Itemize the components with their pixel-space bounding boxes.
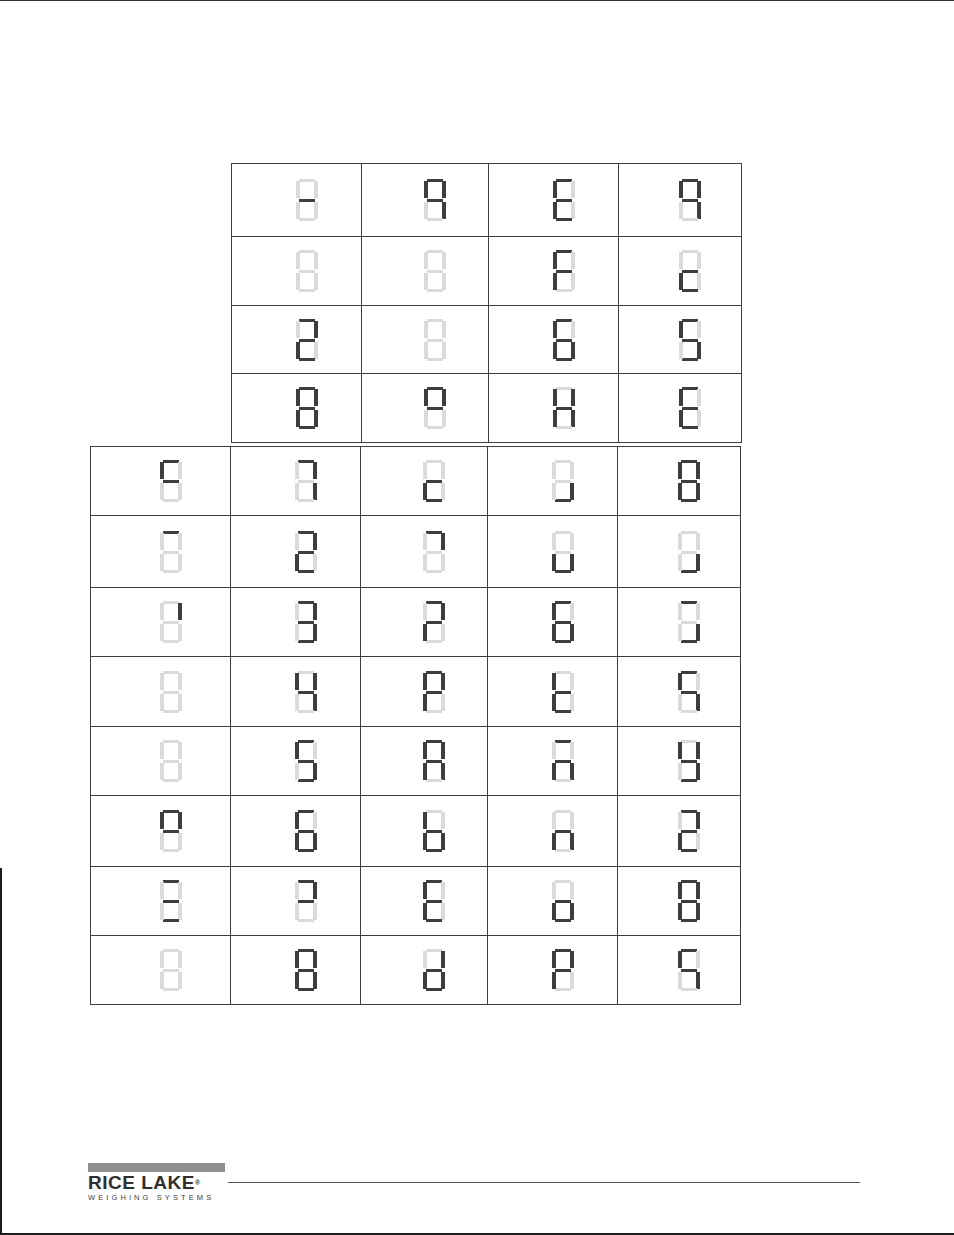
segment-a-lit (682, 319, 698, 322)
segment-b-unlit (570, 673, 574, 690)
segment-b-lit (313, 603, 317, 620)
seven-segment-glyph (678, 671, 700, 713)
segment-c-lit (697, 202, 701, 219)
segment-d-lit (681, 640, 697, 643)
segment-f-unlit (679, 252, 683, 269)
segment-g-lit (556, 407, 572, 410)
segment-g-unlit (163, 551, 179, 554)
segment-b-unlit (570, 603, 574, 620)
seven-segment-glyph (552, 740, 574, 782)
segment-a-lit (163, 460, 179, 463)
segment-e-lit (423, 624, 427, 641)
scan-edge-left (0, 868, 2, 1235)
segment-b-lit (313, 882, 317, 899)
segment-d-lit (298, 570, 314, 573)
segment-d-lit (299, 426, 315, 429)
segment-a-lit (555, 601, 571, 604)
segment-f-lit (160, 462, 164, 479)
segment-b-unlit (178, 882, 182, 899)
seven-segment-glyph (678, 810, 700, 852)
registered-mark: ® (195, 1179, 201, 1186)
segment-e-unlit (679, 342, 683, 359)
display-cell-r1c3 (362, 164, 489, 237)
segment-g-unlit (426, 551, 442, 554)
segment-d-lit (681, 779, 697, 782)
segment-e-unlit (160, 972, 164, 989)
segment-b-unlit (697, 389, 701, 406)
display-cell-r11c2 (231, 867, 361, 936)
segment-d-lit (426, 849, 442, 852)
display-cell-r2c5 (619, 237, 742, 306)
seven-segment-glyph (296, 387, 318, 429)
segment-c-unlit (314, 342, 318, 359)
segment-f-unlit (424, 252, 428, 269)
segment-d-unlit (163, 849, 179, 852)
seven-segment-glyph (295, 671, 317, 713)
display-cell-r8c4 (488, 657, 618, 727)
segment-d-unlit (298, 919, 314, 922)
segment-d-unlit (426, 779, 442, 782)
segment-g-lit (298, 691, 314, 694)
segment-c-unlit (178, 972, 182, 989)
segment-f-unlit (678, 533, 682, 550)
segment-f-unlit (552, 812, 556, 829)
segment-b-lit (178, 812, 182, 829)
segment-f-unlit (160, 533, 164, 550)
display-cell-r9c5 (618, 727, 741, 796)
segment-b-lit (696, 462, 700, 479)
segment-d-lit (556, 218, 572, 221)
segment-c-lit (570, 903, 574, 920)
seven-segment-glyph (552, 949, 574, 991)
segment-g-unlit (298, 480, 314, 483)
segment-e-unlit (295, 694, 299, 711)
segment-d-unlit (555, 779, 571, 782)
display-cell-r4c2 (232, 374, 362, 443)
segment-f-lit (160, 812, 164, 829)
seven-segment-glyph (423, 949, 445, 991)
segment-c-unlit (697, 410, 701, 427)
segment-a-lit (681, 810, 697, 813)
segment-g-lit (682, 199, 698, 202)
segment-f-lit (679, 321, 683, 338)
segment-b-unlit (697, 252, 701, 269)
segment-d-unlit (163, 988, 179, 991)
segment-f-lit (295, 673, 299, 690)
segment-d-unlit (163, 779, 179, 782)
seven-segment-glyph (160, 880, 182, 922)
segment-e-lit (296, 410, 300, 427)
display-cell-r12c3 (361, 936, 488, 1005)
segment-g-lit (681, 900, 697, 903)
segment-f-unlit (678, 603, 682, 620)
seven-segment-glyph (295, 810, 317, 852)
segment-g-lit (681, 760, 697, 763)
seven-segment-glyph (552, 810, 574, 852)
segment-b-unlit (571, 321, 575, 338)
display-cell-r6c5 (618, 516, 741, 588)
display-cell-r7c4 (488, 588, 618, 657)
segment-e-lit (679, 410, 683, 427)
manual-page: RICE LAKE® WEIGHING SYSTEMS (0, 0, 954, 1235)
segment-d-unlit (555, 849, 571, 852)
segment-a-lit (427, 179, 443, 182)
segment-a-lit (555, 949, 571, 952)
segment-a-unlit (163, 740, 179, 743)
seven-segment-glyph (295, 949, 317, 991)
segment-d-unlit (426, 640, 442, 643)
segment-c-unlit (441, 903, 445, 920)
display-cell-r12c4 (488, 936, 618, 1005)
segment-a-lit (426, 531, 442, 534)
seven-segment-glyph (552, 460, 574, 502)
seven-segment-glyph (295, 740, 317, 782)
segment-g-lit (681, 691, 697, 694)
segment-f-unlit (296, 252, 300, 269)
segment-c-unlit (441, 694, 445, 711)
segment-d-lit (681, 849, 697, 852)
seven-segment-glyph (160, 949, 182, 991)
segment-g-lit (427, 199, 443, 202)
segment-a-lit (681, 949, 697, 952)
display-cell-r11c3 (361, 867, 488, 936)
display-cell-r3c3 (362, 306, 489, 374)
display-cell-r4c5 (619, 374, 742, 443)
segment-b-lit (697, 181, 701, 198)
display-cell-r8c5 (618, 657, 741, 727)
segment-d-unlit (299, 218, 315, 221)
seven-segment-glyph (679, 179, 701, 221)
display-cell-r5c1 (91, 447, 231, 516)
segment-e-unlit (295, 624, 299, 641)
segment-g-lit (298, 830, 314, 833)
segment-d-lit (682, 426, 698, 429)
segment-e-unlit (160, 763, 164, 780)
segment-g-lit (681, 480, 697, 483)
segment-g-unlit (427, 339, 443, 342)
segment-a-unlit (427, 319, 443, 322)
segment-b-unlit (178, 462, 182, 479)
segment-a-lit (681, 671, 697, 674)
logo-subtitle: WEIGHING SYSTEMS (88, 1193, 228, 1202)
segment-b-lit (178, 603, 182, 620)
seven-segment-glyph (160, 601, 182, 643)
seven-segment-glyph (160, 460, 182, 502)
segment-g-lit (555, 969, 571, 972)
segment-d-lit (299, 358, 315, 361)
segment-d-unlit (682, 218, 698, 221)
segment-g-lit (427, 407, 443, 410)
segment-g-lit (555, 621, 571, 624)
display-cell-r5c4 (488, 447, 618, 516)
segment-c-unlit (314, 202, 318, 219)
segment-a-unlit (555, 531, 571, 534)
segment-a-lit (163, 810, 179, 813)
display-cell-r6c3 (361, 516, 488, 588)
segment-a-unlit (555, 460, 571, 463)
segment-a-lit (298, 601, 314, 604)
segment-b-lit (441, 603, 445, 620)
seven-segment-glyph (678, 949, 700, 991)
display-cell-r11c4 (488, 867, 618, 936)
display-cell-r7c3 (361, 588, 488, 657)
segment-c-lit (441, 833, 445, 850)
segment-f-lit (553, 389, 557, 406)
segment-e-unlit (295, 903, 299, 920)
display-cell-r1c5 (619, 164, 742, 237)
display-cell-r3c2 (232, 306, 362, 374)
segment-e-lit (553, 202, 557, 219)
segment-d-unlit (427, 218, 443, 221)
segment-c-unlit (571, 273, 575, 290)
segment-e-unlit (296, 202, 300, 219)
segment-a-lit (556, 179, 572, 182)
segment-c-lit (314, 410, 318, 427)
segment-a-lit (298, 740, 314, 743)
seven-segment-glyph (424, 387, 446, 429)
segment-f-lit (553, 181, 557, 198)
segment-e-unlit (552, 483, 556, 500)
segment-f-lit (296, 389, 300, 406)
segment-d-lit (298, 988, 314, 991)
segment-f-lit (295, 742, 299, 759)
segment-g-unlit (163, 760, 179, 763)
segment-b-unlit (442, 252, 446, 269)
segment-d-lit (681, 570, 697, 573)
segment-d-unlit (163, 570, 179, 573)
display-cell-r2c4 (489, 237, 619, 306)
seven-segment-glyph (552, 880, 574, 922)
segment-a-unlit (555, 810, 571, 813)
segment-e-lit (423, 972, 427, 989)
segment-e-unlit (295, 483, 299, 500)
segment-f-lit (423, 673, 427, 690)
segment-b-unlit (313, 742, 317, 759)
seven-segment-glyph (679, 319, 701, 361)
seven-segment-glyph (423, 880, 445, 922)
seven-segment-glyph (160, 740, 182, 782)
segment-b-unlit (570, 882, 574, 899)
segment-b-unlit (441, 882, 445, 899)
segment-g-unlit (681, 551, 697, 554)
segment-c-lit (441, 763, 445, 780)
segment-g-lit (426, 691, 442, 694)
segment-e-lit (423, 763, 427, 780)
segment-f-lit (295, 812, 299, 829)
segment-f-unlit (423, 533, 427, 550)
segment-a-lit (682, 179, 698, 182)
rice-lake-logo: RICE LAKE® WEIGHING SYSTEMS (88, 1163, 228, 1202)
segment-f-lit (295, 951, 299, 968)
segment-c-unlit (178, 833, 182, 850)
segment-e-lit (552, 972, 556, 989)
segment-e-lit (423, 833, 427, 850)
segment-c-unlit (313, 554, 317, 571)
segment-b-lit (696, 882, 700, 899)
segment-f-unlit (423, 462, 427, 479)
segment-d-unlit (163, 710, 179, 713)
display-cell-r6c1 (91, 516, 231, 588)
segment-g-lit (682, 339, 698, 342)
segment-d-lit (555, 570, 571, 573)
segment-a-lit (426, 601, 442, 604)
segment-c-lit (696, 972, 700, 989)
segment-e-unlit (160, 833, 164, 850)
seven-segment-glyph (678, 601, 700, 643)
segment-a-lit (681, 880, 697, 883)
segment-f-lit (552, 673, 556, 690)
segment-f-unlit (552, 533, 556, 550)
seven-segment-glyph (160, 531, 182, 573)
segment-d-lit (555, 710, 571, 713)
seven-segment-glyph (424, 179, 446, 221)
segment-d-lit (298, 640, 314, 643)
segment-f-unlit (160, 742, 164, 759)
segment-g-lit (682, 270, 698, 273)
segment-c-unlit (570, 972, 574, 989)
seven-segment-glyph (423, 531, 445, 573)
segment-g-unlit (427, 270, 443, 273)
segment-c-lit (696, 624, 700, 641)
segment-b-lit (313, 533, 317, 550)
segment-c-lit (313, 763, 317, 780)
segment-g-lit (299, 407, 315, 410)
segment-d-unlit (681, 988, 697, 991)
segment-d-unlit (426, 570, 442, 573)
segment-c-unlit (442, 410, 446, 427)
segment-g-lit (163, 900, 179, 903)
segment-f-lit (678, 951, 682, 968)
segment-f-lit (679, 389, 683, 406)
segment-f-lit (553, 321, 557, 338)
segment-g-lit (681, 830, 697, 833)
segment-g-lit (298, 621, 314, 624)
segment-f-unlit (160, 951, 164, 968)
segment-a-unlit (299, 179, 315, 182)
segment-e-unlit (160, 694, 164, 711)
segment-c-lit (442, 202, 446, 219)
display-cell-r12c2 (231, 936, 361, 1005)
display-cell-r9c4 (488, 727, 618, 796)
seven-segment-glyph (553, 319, 575, 361)
segment-e-unlit (424, 273, 428, 290)
segment-d-lit (681, 919, 697, 922)
segment-d-lit (298, 779, 314, 782)
segment-e-unlit (160, 483, 164, 500)
segment-e-lit (553, 273, 557, 290)
segment-d-lit (426, 988, 442, 991)
segment-a-lit (426, 671, 442, 674)
segment-c-lit (696, 483, 700, 500)
segment-e-lit (295, 554, 299, 571)
segment-a-unlit (426, 810, 442, 813)
segment-f-unlit (424, 321, 428, 338)
segment-d-lit (555, 919, 571, 922)
segment-a-lit (299, 319, 315, 322)
segment-e-lit (679, 273, 683, 290)
segment-c-lit (571, 410, 575, 427)
display-cell-r4c4 (489, 374, 619, 443)
logo-title: RICE LAKE® (88, 1173, 228, 1192)
segment-b-unlit (570, 533, 574, 550)
segment-g-lit (163, 480, 179, 483)
seven-segment-glyph (295, 601, 317, 643)
display-cell-r10c1 (91, 796, 231, 867)
segment-c-lit (570, 554, 574, 571)
segment-e-unlit (678, 763, 682, 780)
segment-b-unlit (313, 812, 317, 829)
seven-segment-glyph (423, 810, 445, 852)
segment-g-lit (556, 339, 572, 342)
display-cell-r9c3 (361, 727, 488, 796)
segment-d-lit (426, 499, 442, 502)
segment-d-lit (682, 358, 698, 361)
segment-c-lit (313, 972, 317, 989)
segment-e-lit (296, 342, 300, 359)
segment-d-lit (555, 499, 571, 502)
segment-f-unlit (295, 882, 299, 899)
segment-b-unlit (570, 812, 574, 829)
segment-e-unlit (424, 410, 428, 427)
segment-a-lit (298, 460, 314, 463)
segment-f-unlit (552, 882, 556, 899)
seven-segment-glyph (424, 250, 446, 292)
segment-e-unlit (424, 342, 428, 359)
segment-a-unlit (681, 740, 697, 743)
segment-e-lit (552, 763, 556, 780)
segment-g-lit (163, 830, 179, 833)
display-cell-r8c1 (91, 657, 231, 727)
segment-d-unlit (427, 289, 443, 292)
seven-segment-glyph (678, 740, 700, 782)
segment-g-lit (555, 830, 571, 833)
segment-c-lit (570, 624, 574, 641)
segment-g-lit (298, 551, 314, 554)
logo-title-text: RICE LAKE (88, 1172, 195, 1193)
seven-segment-glyph (553, 387, 575, 429)
seven-segment-glyph (296, 250, 318, 292)
segment-c-lit (696, 903, 700, 920)
segment-a-lit (298, 531, 314, 534)
segment-f-lit (423, 742, 427, 759)
segment-c-unlit (178, 554, 182, 571)
seven-segment-glyph (160, 810, 182, 852)
segment-a-unlit (426, 460, 442, 463)
display-cell-r3c4 (489, 306, 619, 374)
segment-c-unlit (571, 202, 575, 219)
segment-g-lit (682, 407, 698, 410)
display-cell-r7c1 (91, 588, 231, 657)
segment-c-lit (313, 624, 317, 641)
segment-e-lit (678, 833, 682, 850)
display-cell-r12c1 (91, 936, 231, 1005)
segment-b-lit (570, 951, 574, 968)
segment-f-unlit (423, 603, 427, 620)
segment-c-unlit (442, 273, 446, 290)
display-cell-r3c5 (619, 306, 742, 374)
segment-g-unlit (681, 621, 697, 624)
segment-f-lit (678, 742, 682, 759)
segment-a-lit (299, 387, 315, 390)
seven-segment-glyph (678, 880, 700, 922)
segment-d-unlit (163, 499, 179, 502)
display-cell-r10c5 (618, 796, 741, 867)
seven-segment-glyph (423, 601, 445, 643)
segment-b-lit (441, 533, 445, 550)
display-cell-r5c5 (618, 447, 741, 516)
segment-c-unlit (178, 903, 182, 920)
seven-segment-glyph (553, 179, 575, 221)
